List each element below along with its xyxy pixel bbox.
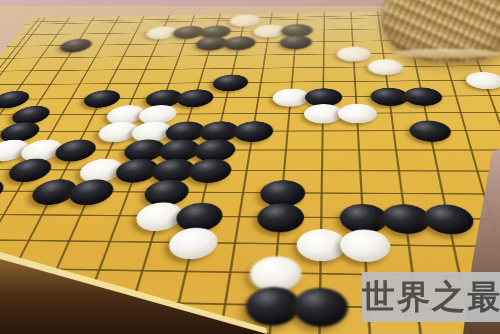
board-intersection [0, 92, 31, 107]
board-intersection [342, 231, 388, 260]
board-intersection [224, 37, 255, 49]
stone-black [255, 203, 304, 232]
board-intersection [261, 181, 302, 204]
board-intersection [295, 289, 344, 324]
board-intersection [466, 73, 500, 88]
board-intersection [254, 25, 283, 37]
board-intersection [340, 105, 375, 122]
stone-black [0, 179, 9, 205]
stone-black [292, 287, 348, 327]
stone-white [339, 229, 391, 262]
board-intersection [188, 160, 230, 181]
board-intersection [168, 229, 216, 257]
board-intersection [199, 122, 237, 140]
board-intersection [196, 37, 227, 49]
board-intersection [0, 123, 41, 141]
board-intersection [410, 122, 450, 141]
board-intersection [258, 205, 301, 231]
stone-white [271, 88, 309, 106]
stone-black [3, 158, 57, 182]
board-intersection [298, 230, 343, 259]
board-intersection [176, 204, 222, 229]
board-intersection [143, 181, 188, 204]
stone-white [165, 227, 220, 259]
stone-black [0, 91, 34, 109]
stone-white [463, 72, 500, 89]
stone-bowl [381, 0, 500, 62]
stone-black [222, 36, 257, 50]
board-intersection [194, 140, 234, 160]
board-intersection [58, 39, 92, 51]
board-intersection [135, 204, 182, 229]
stone-black [402, 87, 444, 105]
board-intersection [251, 258, 299, 289]
stone-black [174, 89, 215, 107]
board-intersection [246, 288, 296, 323]
watermark-badge: 世界之最 [362, 272, 500, 322]
board-intersection [274, 89, 308, 105]
board-intersection [342, 205, 385, 231]
stone-black [79, 90, 123, 108]
board-intersection [369, 60, 402, 74]
photo-stage: 世界之最 [0, 0, 500, 334]
board-intersection [0, 180, 6, 202]
stone-black [0, 122, 44, 142]
board-intersection [424, 206, 472, 232]
board-intersection [230, 15, 259, 26]
board-intersection [177, 90, 213, 106]
stone-white [303, 104, 342, 124]
board-intersection [9, 107, 51, 124]
stone-white [336, 46, 371, 61]
stone-black [279, 35, 312, 49]
board-intersection [306, 105, 340, 122]
board-intersection [138, 106, 177, 123]
board-intersection [6, 160, 53, 181]
watermark-text: 世界之最 [362, 277, 500, 316]
stone-black [243, 286, 300, 326]
board-intersection [372, 89, 407, 105]
board-intersection [234, 122, 271, 140]
stone-bowl-rim [392, 49, 500, 58]
board-intersection [82, 91, 121, 107]
stone-white [337, 104, 377, 124]
board-intersection [165, 122, 204, 140]
stone-black [421, 204, 476, 234]
board-intersection [213, 75, 247, 90]
board-intersection [281, 36, 310, 48]
stone-black [407, 120, 453, 141]
stone-black [231, 121, 274, 142]
board-intersection [158, 140, 199, 159]
board-intersection [151, 160, 194, 181]
board-intersection [338, 47, 368, 60]
board-intersection [306, 89, 339, 105]
stone-white [295, 228, 346, 261]
stone-black [56, 38, 95, 52]
stone-black [185, 159, 233, 183]
stone-white [367, 59, 404, 75]
board-intersection [404, 88, 441, 104]
stone-black [210, 74, 249, 91]
board-intersection [383, 205, 429, 231]
